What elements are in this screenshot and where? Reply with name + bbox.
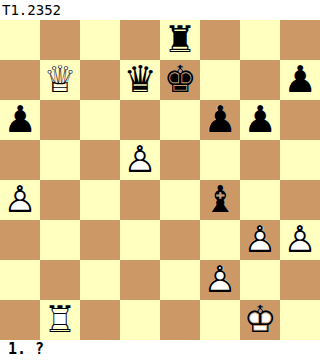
piece-black-rook[interactable]: ♖♜ xyxy=(160,20,200,60)
square-h5[interactable] xyxy=(280,140,320,180)
chess-board: ♖♜♛♕♕♛♔♚♙♟♙♟♙♟♙♟♟♙♟♙♗♝♟♙♟♙♟♙♜♖♚♔ xyxy=(0,20,320,340)
square-c8[interactable] xyxy=(80,20,120,60)
piece-black-pawn[interactable]: ♙♟ xyxy=(200,100,240,140)
square-b5[interactable] xyxy=(40,140,80,180)
piece-white-pawn[interactable]: ♟♙ xyxy=(200,260,240,300)
square-g5[interactable] xyxy=(240,140,280,180)
square-h1[interactable] xyxy=(280,300,320,340)
square-b2[interactable] xyxy=(40,260,80,300)
square-b4[interactable] xyxy=(40,180,80,220)
piece-white-rook[interactable]: ♜♖ xyxy=(40,300,80,340)
square-a6[interactable]: ♙♟ xyxy=(0,100,40,140)
square-c6[interactable] xyxy=(80,100,120,140)
square-c2[interactable] xyxy=(80,260,120,300)
move-prompt: 1. ? xyxy=(0,340,320,360)
square-g4[interactable] xyxy=(240,180,280,220)
square-d5[interactable]: ♟♙ xyxy=(120,140,160,180)
square-g1[interactable]: ♚♔ xyxy=(240,300,280,340)
square-a8[interactable] xyxy=(0,20,40,60)
square-b1[interactable]: ♜♖ xyxy=(40,300,80,340)
piece-black-king[interactable]: ♔♚ xyxy=(160,60,200,100)
black-pawn-icon: ♟ xyxy=(280,60,320,100)
piece-white-pawn[interactable]: ♟♙ xyxy=(280,220,320,260)
square-d3[interactable] xyxy=(120,220,160,260)
chess-puzzle-window: T1.2352 ♖♜♛♕♕♛♔♚♙♟♙♟♙♟♙♟♟♙♟♙♗♝♟♙♟♙♟♙♜♖♚♔… xyxy=(0,0,320,360)
square-c1[interactable] xyxy=(80,300,120,340)
black-bishop-icon: ♝ xyxy=(200,180,240,220)
square-e6[interactable] xyxy=(160,100,200,140)
white-king-icon: ♔ xyxy=(240,300,280,340)
square-c7[interactable] xyxy=(80,60,120,100)
piece-white-king[interactable]: ♚♔ xyxy=(240,300,280,340)
square-f1[interactable] xyxy=(200,300,240,340)
square-f7[interactable] xyxy=(200,60,240,100)
square-f3[interactable] xyxy=(200,220,240,260)
square-e5[interactable] xyxy=(160,140,200,180)
square-b3[interactable] xyxy=(40,220,80,260)
square-d4[interactable] xyxy=(120,180,160,220)
square-c5[interactable] xyxy=(80,140,120,180)
black-pawn-icon: ♟ xyxy=(200,100,240,140)
square-e7[interactable]: ♔♚ xyxy=(160,60,200,100)
square-h8[interactable] xyxy=(280,20,320,60)
square-g3[interactable]: ♟♙ xyxy=(240,220,280,260)
white-rook-icon: ♖ xyxy=(40,300,80,340)
square-g6[interactable]: ♙♟ xyxy=(240,100,280,140)
square-c3[interactable] xyxy=(80,220,120,260)
square-h3[interactable]: ♟♙ xyxy=(280,220,320,260)
square-b6[interactable] xyxy=(40,100,80,140)
square-c4[interactable] xyxy=(80,180,120,220)
square-f5[interactable] xyxy=(200,140,240,180)
black-queen-icon: ♛ xyxy=(120,60,160,100)
square-d2[interactable] xyxy=(120,260,160,300)
square-f6[interactable]: ♙♟ xyxy=(200,100,240,140)
square-a2[interactable] xyxy=(0,260,40,300)
square-d8[interactable] xyxy=(120,20,160,60)
square-e2[interactable] xyxy=(160,260,200,300)
white-queen-icon: ♕ xyxy=(40,60,80,100)
square-e1[interactable] xyxy=(160,300,200,340)
square-h6[interactable] xyxy=(280,100,320,140)
square-f2[interactable]: ♟♙ xyxy=(200,260,240,300)
piece-black-pawn[interactable]: ♙♟ xyxy=(240,100,280,140)
square-e3[interactable] xyxy=(160,220,200,260)
square-f4[interactable]: ♗♝ xyxy=(200,180,240,220)
white-pawn-icon: ♙ xyxy=(240,220,280,260)
white-pawn-icon: ♙ xyxy=(200,260,240,300)
square-f8[interactable] xyxy=(200,20,240,60)
square-h4[interactable] xyxy=(280,180,320,220)
square-d7[interactable]: ♕♛ xyxy=(120,60,160,100)
square-g8[interactable] xyxy=(240,20,280,60)
piece-black-pawn[interactable]: ♙♟ xyxy=(0,100,40,140)
black-pawn-icon: ♟ xyxy=(0,100,40,140)
white-pawn-icon: ♙ xyxy=(280,220,320,260)
square-a7[interactable] xyxy=(0,60,40,100)
black-rook-icon: ♜ xyxy=(160,20,200,60)
square-a5[interactable] xyxy=(0,140,40,180)
square-g2[interactable] xyxy=(240,260,280,300)
square-d6[interactable] xyxy=(120,100,160,140)
square-a1[interactable] xyxy=(0,300,40,340)
black-king-icon: ♚ xyxy=(160,60,200,100)
square-e8[interactable]: ♖♜ xyxy=(160,20,200,60)
square-e4[interactable] xyxy=(160,180,200,220)
square-h2[interactable] xyxy=(280,260,320,300)
square-a4[interactable]: ♟♙ xyxy=(0,180,40,220)
piece-white-pawn[interactable]: ♟♙ xyxy=(0,180,40,220)
piece-black-pawn[interactable]: ♙♟ xyxy=(280,60,320,100)
square-b7[interactable]: ♛♕ xyxy=(40,60,80,100)
black-pawn-icon: ♟ xyxy=(240,100,280,140)
piece-white-queen[interactable]: ♛♕ xyxy=(40,60,80,100)
square-g7[interactable] xyxy=(240,60,280,100)
white-pawn-icon: ♙ xyxy=(120,140,160,180)
square-a3[interactable] xyxy=(0,220,40,260)
piece-black-queen[interactable]: ♕♛ xyxy=(120,60,160,100)
piece-white-pawn[interactable]: ♟♙ xyxy=(240,220,280,260)
piece-black-bishop[interactable]: ♗♝ xyxy=(200,180,240,220)
puzzle-id: T1.2352 xyxy=(0,0,320,20)
square-h7[interactable]: ♙♟ xyxy=(280,60,320,100)
square-b8[interactable] xyxy=(40,20,80,60)
piece-white-pawn[interactable]: ♟♙ xyxy=(120,140,160,180)
white-pawn-icon: ♙ xyxy=(0,180,40,220)
square-d1[interactable] xyxy=(120,300,160,340)
